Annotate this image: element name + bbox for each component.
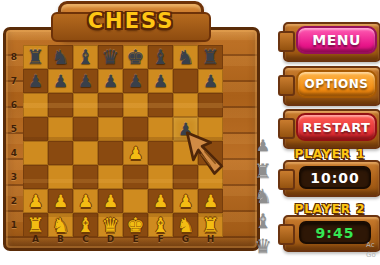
square-c3[interactable] [73,165,98,189]
black-bishop-c8[interactable]: ♝ [77,45,95,69]
rank-label-8: 8 [8,45,20,69]
square-e4[interactable]: ♟ [123,141,148,165]
square-g3[interactable] [173,165,198,189]
player1-label: PLAYER 1 [283,147,377,161]
square-h5[interactable] [198,117,223,141]
square-a8[interactable]: ♜ [23,45,48,69]
square-a3[interactable] [23,165,48,189]
rank-label-2: 2 [8,189,20,213]
square-f5[interactable] [148,117,173,141]
rank-labels: 87654321 [8,45,20,237]
square-a5[interactable] [23,117,48,141]
restart-plank: RESTART [283,109,380,149]
white-pawn-a2[interactable]: ♟ [28,189,43,213]
page-title: CHESS [88,9,175,33]
rank-label-3: 3 [8,165,20,189]
square-c2[interactable]: ♟ [73,189,98,213]
square-h8[interactable]: ♜ [198,45,223,69]
square-g8[interactable]: ♞ [173,45,198,69]
square-b2[interactable]: ♟ [48,189,73,213]
file-labels: ABCDEFGH [23,234,223,244]
file-label-f: F [148,234,173,244]
square-d2[interactable]: ♟ [98,189,123,213]
square-h2[interactable]: ♟ [198,189,223,213]
white-pawn-b2[interactable]: ♟ [53,189,68,213]
black-pawn-e7[interactable]: ♟ [128,69,143,93]
white-pawn-f2[interactable]: ♟ [153,189,168,213]
file-label-b: B [48,234,73,244]
file-label-g: G [173,234,198,244]
square-g2[interactable]: ♟ [173,189,198,213]
game-screen: CHESS 87654321 ♜♞♝♛♚♝♞♜♟♟♟♟♟♟♟♟♟♟♟♟♟♟♟♟♜… [0,0,380,265]
black-pawn-f7[interactable]: ♟ [153,69,168,93]
menu-button[interactable]: MENU [296,26,377,54]
square-b8[interactable]: ♞ [48,45,73,69]
black-pawn-g5[interactable]: ♟ [178,117,193,141]
square-d6[interactable] [98,93,123,117]
player1-clock: 10:00 [299,166,371,189]
black-queen-d8[interactable]: ♛ [102,45,120,69]
square-h7[interactable]: ♟ [198,69,223,93]
menu-plank: MENU [283,22,380,62]
rank-label-1: 1 [8,213,20,237]
square-d7[interactable]: ♟ [98,69,123,93]
square-d4[interactable] [98,141,123,165]
captured-pieces-tray: ♟♜♞♝♛ [251,133,275,258]
square-c5[interactable] [73,117,98,141]
black-pawn-h7[interactable]: ♟ [203,69,218,93]
player1-timer-plank: 10:00 [283,160,380,197]
square-d5[interactable] [98,117,123,141]
square-d3[interactable] [98,165,123,189]
square-a6[interactable] [23,93,48,117]
square-h4[interactable] [198,141,223,165]
square-f4[interactable] [148,141,173,165]
square-b5[interactable] [48,117,73,141]
black-pawn-b7[interactable]: ♟ [53,69,68,93]
rank-label-5: 5 [8,117,20,141]
square-e8[interactable]: ♚ [123,45,148,69]
tray-rook-icon[interactable]: ♜ [251,158,275,183]
player2-clock: 9:45 [299,221,371,244]
square-e2[interactable] [123,189,148,213]
chess-board[interactable]: ♜♞♝♛♚♝♞♜♟♟♟♟♟♟♟♟♟♟♟♟♟♟♟♟♜♞♝♛♚♝♞♜ [23,45,223,237]
black-pawn-c7[interactable]: ♟ [78,69,93,93]
square-e7[interactable]: ♟ [123,69,148,93]
square-f8[interactable]: ♝ [148,45,173,69]
rank-label-4: 4 [8,141,20,165]
restart-button[interactable]: RESTART [296,113,377,141]
square-e5[interactable] [123,117,148,141]
black-rook-h8[interactable]: ♜ [202,45,220,69]
file-label-h: H [198,234,223,244]
file-label-c: C [73,234,98,244]
options-button[interactable]: OPTIONS [296,70,377,98]
options-plank: OPTIONS [283,66,380,106]
player2-label: PLAYER 2 [283,202,377,216]
black-pawn-d7[interactable]: ♟ [103,69,118,93]
white-pawn-c2[interactable]: ♟ [78,189,93,213]
square-h3[interactable] [198,165,223,189]
square-a4[interactable] [23,141,48,165]
square-f6[interactable] [148,93,173,117]
file-label-a: A [23,234,48,244]
square-g6[interactable] [173,93,198,117]
square-c4[interactable] [73,141,98,165]
watermark-line2: Go [366,251,376,259]
square-b4[interactable] [48,141,73,165]
tray-knight-icon[interactable]: ♞ [251,183,275,208]
file-label-d: D [98,234,123,244]
square-a2[interactable]: ♟ [23,189,48,213]
square-b7[interactable]: ♟ [48,69,73,93]
white-pawn-g2[interactable]: ♟ [178,189,193,213]
square-e3[interactable] [123,165,148,189]
square-g4[interactable] [173,141,198,165]
square-e6[interactable] [123,93,148,117]
tray-pawn-icon[interactable]: ♟ [251,133,275,158]
square-f7[interactable]: ♟ [148,69,173,93]
square-h6[interactable] [198,93,223,117]
square-f2[interactable]: ♟ [148,189,173,213]
square-c8[interactable]: ♝ [73,45,98,69]
watermark-line1: Ac [366,241,375,249]
square-c7[interactable]: ♟ [73,69,98,93]
square-b6[interactable] [48,93,73,117]
tray-queen-icon[interactable]: ♛ [251,233,275,258]
black-bishop-f8[interactable]: ♝ [152,45,170,69]
white-pawn-h2[interactable]: ♟ [203,189,218,213]
white-pawn-e4[interactable]: ♟ [128,141,143,165]
tray-bishop-icon[interactable]: ♝ [251,208,275,233]
title-banner: CHESS [58,1,204,40]
square-g7[interactable] [173,69,198,93]
file-label-e: E [123,234,148,244]
square-d8[interactable]: ♛ [98,45,123,69]
square-f3[interactable] [148,165,173,189]
square-a7[interactable]: ♟ [23,69,48,93]
white-pawn-d2[interactable]: ♟ [103,189,118,213]
rank-label-7: 7 [8,69,20,93]
rank-label-6: 6 [8,93,20,117]
square-b3[interactable] [48,165,73,189]
black-knight-b8[interactable]: ♞ [52,45,70,69]
black-rook-a8[interactable]: ♜ [27,45,45,69]
square-c6[interactable] [73,93,98,117]
black-pawn-a7[interactable]: ♟ [28,69,43,93]
black-king-e8[interactable]: ♚ [127,45,145,69]
black-knight-g8[interactable]: ♞ [177,45,195,69]
square-g5[interactable]: ♟ [173,117,198,141]
